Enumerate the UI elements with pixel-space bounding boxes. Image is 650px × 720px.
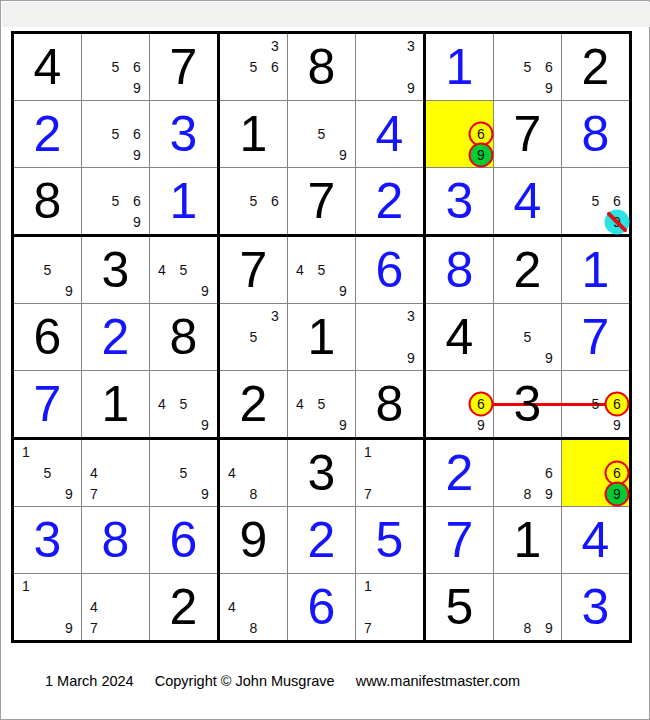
given-digit: 4 bbox=[426, 304, 493, 370]
cell-r2c6[interactable]: 4 bbox=[356, 101, 423, 167]
cell-r9c3[interactable]: 2 bbox=[150, 574, 217, 640]
cell-r5c1[interactable]: 6 bbox=[14, 304, 81, 370]
given-digit: 2 bbox=[562, 34, 629, 100]
given-digit: 2 bbox=[494, 237, 561, 303]
solved-digit: 4 bbox=[494, 168, 561, 234]
solved-digit: 1 bbox=[562, 237, 629, 303]
pencil-mark-9: 9 bbox=[65, 621, 73, 635]
given-digit: 7 bbox=[494, 101, 561, 167]
cell-r9c9[interactable]: 3 bbox=[562, 574, 629, 640]
solved-digit: 5 bbox=[356, 507, 423, 573]
pencil-mark-5: 5 bbox=[524, 330, 532, 344]
solved-digit: 1 bbox=[426, 34, 493, 100]
sudoku-board: 4569735683915692256931594697885691567234… bbox=[11, 31, 632, 643]
cell-r9c2[interactable]: 47 bbox=[82, 574, 149, 640]
pencil-mark-8: 8 bbox=[524, 487, 532, 501]
pencil-mark-5: 5 bbox=[250, 60, 258, 74]
given-digit: 1 bbox=[494, 507, 561, 573]
cell-r5c8[interactable]: 59 bbox=[494, 304, 561, 370]
cell-r6c5[interactable]: 459 bbox=[288, 371, 355, 437]
pencil-mark-9: 9 bbox=[339, 284, 347, 298]
cell-r1c6[interactable]: 39 bbox=[356, 34, 423, 100]
pencil-mark-6: 6 bbox=[613, 466, 621, 480]
pencil-mark-3: 3 bbox=[271, 309, 279, 323]
pencil-mark-8: 8 bbox=[250, 487, 258, 501]
cell-r9c4[interactable]: 48 bbox=[220, 574, 287, 640]
cell-r2c3[interactable]: 3 bbox=[150, 101, 217, 167]
given-digit: 5 bbox=[426, 574, 493, 640]
pencil-mark-9: 9 bbox=[133, 81, 141, 95]
pencil-mark-5: 5 bbox=[592, 397, 600, 411]
footer-date: 1 March 2024 bbox=[45, 673, 134, 689]
cell-r3c2[interactable]: 569 bbox=[82, 168, 149, 234]
solved-digit: 6 bbox=[150, 507, 217, 573]
pencil-mark-5: 5 bbox=[250, 330, 258, 344]
pencil-mark-3: 3 bbox=[407, 309, 415, 323]
given-digit: 3 bbox=[494, 371, 561, 437]
cell-r3c9[interactable]: 569 bbox=[562, 168, 629, 234]
cell-r6c6[interactable]: 8 bbox=[356, 371, 423, 437]
pencil-mark-9: 9 bbox=[339, 418, 347, 432]
given-digit: 3 bbox=[288, 440, 355, 506]
pencil-mark-9: 9 bbox=[65, 284, 73, 298]
cell-r1c4[interactable]: 356 bbox=[220, 34, 287, 100]
cell-r4c3[interactable]: 459 bbox=[150, 237, 217, 303]
cell-r3c1[interactable]: 8 bbox=[14, 168, 81, 234]
cell-r5c4[interactable]: 35 bbox=[220, 304, 287, 370]
given-digit: 2 bbox=[150, 574, 217, 640]
solved-digit: 2 bbox=[82, 304, 149, 370]
solved-digit: 8 bbox=[562, 101, 629, 167]
pencil-mark-9: 9 bbox=[477, 148, 485, 162]
cell-r9c6[interactable]: 17 bbox=[356, 574, 423, 640]
cell-r6c4[interactable]: 2 bbox=[220, 371, 287, 437]
pencil-mark-5: 5 bbox=[112, 127, 120, 141]
cell-r8c2[interactable]: 8 bbox=[82, 507, 149, 573]
solved-digit: 6 bbox=[356, 237, 423, 303]
given-digit: 8 bbox=[288, 34, 355, 100]
cell-r7c9[interactable]: 69 bbox=[562, 440, 629, 506]
pencil-mark-9: 9 bbox=[407, 81, 415, 95]
pencil-mark-9: 9 bbox=[65, 487, 73, 501]
cell-r1c2[interactable]: 569 bbox=[82, 34, 149, 100]
cell-r2c8[interactable]: 7 bbox=[494, 101, 561, 167]
pencil-mark-1: 1 bbox=[22, 445, 30, 459]
solved-digit: 2 bbox=[426, 440, 493, 506]
solved-digit: 4 bbox=[562, 507, 629, 573]
solved-digit: 7 bbox=[426, 507, 493, 573]
cell-r7c5[interactable]: 3 bbox=[288, 440, 355, 506]
cell-r2c1[interactable]: 2 bbox=[14, 101, 81, 167]
solved-digit: 2 bbox=[356, 168, 423, 234]
cell-r3c6[interactable]: 2 bbox=[356, 168, 423, 234]
cell-r3c8[interactable]: 4 bbox=[494, 168, 561, 234]
pencil-mark-5: 5 bbox=[250, 194, 258, 208]
pencil-mark-4: 4 bbox=[158, 263, 166, 277]
pencil-mark-9: 9 bbox=[613, 418, 621, 432]
pencil-mark-9: 9 bbox=[133, 215, 141, 229]
cell-r6c2[interactable]: 1 bbox=[82, 371, 149, 437]
solved-digit: 3 bbox=[14, 507, 81, 573]
cell-r7c8[interactable]: 689 bbox=[494, 440, 561, 506]
pencil-mark-6: 6 bbox=[613, 397, 621, 411]
cell-r8c7[interactable]: 7 bbox=[426, 507, 493, 573]
solved-digit: 2 bbox=[288, 507, 355, 573]
pencil-mark-4: 4 bbox=[228, 466, 236, 480]
cell-r8c4[interactable]: 9 bbox=[220, 507, 287, 573]
pencil-mark-7: 7 bbox=[90, 487, 98, 501]
pencil-mark-7: 7 bbox=[364, 621, 372, 635]
given-digit: 7 bbox=[288, 168, 355, 234]
cell-r1c8[interactable]: 569 bbox=[494, 34, 561, 100]
cell-r1c9[interactable]: 2 bbox=[562, 34, 629, 100]
pencil-mark-3: 3 bbox=[407, 39, 415, 53]
pencil-mark-4: 4 bbox=[158, 397, 166, 411]
cell-r5c3[interactable]: 8 bbox=[150, 304, 217, 370]
cell-r9c5[interactable]: 6 bbox=[288, 574, 355, 640]
cell-r9c8[interactable]: 89 bbox=[494, 574, 561, 640]
pencil-mark-6: 6 bbox=[613, 194, 621, 208]
cell-r3c5[interactable]: 7 bbox=[288, 168, 355, 234]
pencil-mark-1: 1 bbox=[22, 579, 30, 593]
solved-digit: 7 bbox=[562, 304, 629, 370]
cell-r8c9[interactable]: 4 bbox=[562, 507, 629, 573]
pencil-mark-5: 5 bbox=[180, 397, 188, 411]
cell-r9c7[interactable]: 5 bbox=[426, 574, 493, 640]
window-titlebar-area bbox=[2, 2, 650, 27]
cell-r4c4[interactable]: 7 bbox=[220, 237, 287, 303]
given-digit: 8 bbox=[356, 371, 423, 437]
solved-digit: 3 bbox=[562, 574, 629, 640]
cell-r7c1[interactable]: 159 bbox=[14, 440, 81, 506]
cell-r2c7[interactable]: 69 bbox=[426, 101, 493, 167]
pencil-mark-5: 5 bbox=[524, 60, 532, 74]
cell-r7c7[interactable]: 2 bbox=[426, 440, 493, 506]
pencil-mark-9: 9 bbox=[613, 487, 621, 501]
cell-r5c6[interactable]: 39 bbox=[356, 304, 423, 370]
cell-r5c7[interactable]: 4 bbox=[426, 304, 493, 370]
solved-digit: 6 bbox=[288, 574, 355, 640]
pencil-mark-5: 5 bbox=[180, 466, 188, 480]
given-digit: 7 bbox=[150, 34, 217, 100]
pencil-mark-4: 4 bbox=[296, 397, 304, 411]
pencil-mark-9: 9 bbox=[407, 351, 415, 365]
cell-r4c8[interactable]: 2 bbox=[494, 237, 561, 303]
pencil-mark-9: 9 bbox=[339, 148, 347, 162]
solved-digit: 8 bbox=[82, 507, 149, 573]
pencil-mark-6: 6 bbox=[545, 60, 553, 74]
pencil-mark-6: 6 bbox=[545, 466, 553, 480]
pencil-mark-5: 5 bbox=[592, 194, 600, 208]
given-digit: 3 bbox=[82, 237, 149, 303]
cell-r6c3[interactable]: 459 bbox=[150, 371, 217, 437]
cell-r7c2[interactable]: 47 bbox=[82, 440, 149, 506]
pencil-mark-9: 9 bbox=[545, 81, 553, 95]
cell-r2c4[interactable]: 1 bbox=[220, 101, 287, 167]
pencil-mark-4: 4 bbox=[296, 263, 304, 277]
pencil-mark-9: 9 bbox=[133, 148, 141, 162]
cell-r2c2[interactable]: 569 bbox=[82, 101, 149, 167]
cell-r6c7[interactable]: 69 bbox=[426, 371, 493, 437]
footer-copyright: Copyright © John Musgrave bbox=[155, 673, 335, 689]
cell-r4c5[interactable]: 459 bbox=[288, 237, 355, 303]
pencil-mark-6: 6 bbox=[271, 60, 279, 74]
pencil-mark-5: 5 bbox=[318, 127, 326, 141]
given-digit: 8 bbox=[14, 168, 81, 234]
pencil-mark-6: 6 bbox=[271, 194, 279, 208]
cell-r3c4[interactable]: 56 bbox=[220, 168, 287, 234]
pencil-mark-1: 1 bbox=[364, 445, 372, 459]
cell-r1c7[interactable]: 1 bbox=[426, 34, 493, 100]
given-digit: 1 bbox=[288, 304, 355, 370]
cell-r7c3[interactable]: 59 bbox=[150, 440, 217, 506]
cell-r5c2[interactable]: 2 bbox=[82, 304, 149, 370]
cell-r5c9[interactable]: 7 bbox=[562, 304, 629, 370]
cell-r5c5[interactable]: 1 bbox=[288, 304, 355, 370]
given-digit: 6 bbox=[14, 304, 81, 370]
cell-r4c2[interactable]: 3 bbox=[82, 237, 149, 303]
cell-r6c1[interactable]: 7 bbox=[14, 371, 81, 437]
pencil-mark-5: 5 bbox=[112, 194, 120, 208]
pencil-mark-9: 9 bbox=[201, 418, 209, 432]
pencil-mark-5: 5 bbox=[44, 263, 52, 277]
pencil-mark-9: 9 bbox=[545, 351, 553, 365]
pencil-mark-9: 9 bbox=[545, 487, 553, 501]
footer-website-link[interactable]: www.manifestmaster.com bbox=[356, 673, 520, 689]
cell-r6c8[interactable]: 3 bbox=[494, 371, 561, 437]
cell-r4c9[interactable]: 1 bbox=[562, 237, 629, 303]
pencil-mark-9: 9 bbox=[201, 284, 209, 298]
pencil-mark-6: 6 bbox=[133, 60, 141, 74]
cell-r8c8[interactable]: 1 bbox=[494, 507, 561, 573]
given-digit: 2 bbox=[220, 371, 287, 437]
cell-r2c5[interactable]: 59 bbox=[288, 101, 355, 167]
given-digit: 1 bbox=[82, 371, 149, 437]
footer: 1 March 2024 Copyright © John Musgrave w… bbox=[45, 673, 537, 689]
cell-r4c6[interactable]: 6 bbox=[356, 237, 423, 303]
solved-digit: 3 bbox=[426, 168, 493, 234]
pencil-mark-8: 8 bbox=[250, 621, 258, 635]
cell-r8c1[interactable]: 3 bbox=[14, 507, 81, 573]
cell-r2c9[interactable]: 8 bbox=[562, 101, 629, 167]
cell-r8c6[interactable]: 5 bbox=[356, 507, 423, 573]
pencil-mark-5: 5 bbox=[180, 263, 188, 277]
pencil-mark-5: 5 bbox=[318, 397, 326, 411]
pencil-mark-4: 4 bbox=[228, 600, 236, 614]
pencil-mark-6: 6 bbox=[477, 397, 485, 411]
pencil-mark-9: 9 bbox=[201, 487, 209, 501]
pencil-mark-7: 7 bbox=[364, 487, 372, 501]
pencil-mark-5: 5 bbox=[44, 466, 52, 480]
cell-r3c7[interactable]: 3 bbox=[426, 168, 493, 234]
pencil-mark-4: 4 bbox=[90, 466, 98, 480]
given-digit: 7 bbox=[220, 237, 287, 303]
solved-digit: 1 bbox=[150, 168, 217, 234]
pencil-mark-8: 8 bbox=[524, 621, 532, 635]
app-window: 4569735683915692256931594697885691567234… bbox=[0, 0, 650, 720]
cell-r1c3[interactable]: 7 bbox=[150, 34, 217, 100]
pencil-mark-6: 6 bbox=[133, 127, 141, 141]
cell-r9c1[interactable]: 19 bbox=[14, 574, 81, 640]
solved-digit: 8 bbox=[426, 237, 493, 303]
given-digit: 1 bbox=[220, 101, 287, 167]
pencil-mark-7: 7 bbox=[90, 621, 98, 635]
pencil-mark-9: 9 bbox=[545, 621, 553, 635]
pencil-mark-4: 4 bbox=[90, 600, 98, 614]
given-digit: 4 bbox=[14, 34, 81, 100]
cell-r3c3[interactable]: 1 bbox=[150, 168, 217, 234]
cell-r8c3[interactable]: 6 bbox=[150, 507, 217, 573]
solved-digit: 4 bbox=[356, 101, 423, 167]
pencil-mark-5: 5 bbox=[318, 263, 326, 277]
pencil-mark-9: 9 bbox=[477, 418, 485, 432]
cell-r4c7[interactable]: 8 bbox=[426, 237, 493, 303]
cell-r1c1[interactable]: 4 bbox=[14, 34, 81, 100]
cell-r4c1[interactable]: 59 bbox=[14, 237, 81, 303]
given-digit: 9 bbox=[220, 507, 287, 573]
cell-r7c6[interactable]: 17 bbox=[356, 440, 423, 506]
cell-r8c5[interactable]: 2 bbox=[288, 507, 355, 573]
solved-digit: 7 bbox=[14, 371, 81, 437]
cell-r1c5[interactable]: 8 bbox=[288, 34, 355, 100]
solved-digit: 3 bbox=[150, 101, 217, 167]
pencil-mark-3: 3 bbox=[271, 39, 279, 53]
solved-digit: 2 bbox=[14, 101, 81, 167]
pencil-mark-6: 6 bbox=[477, 127, 485, 141]
pencil-mark-6: 6 bbox=[133, 194, 141, 208]
pencil-mark-1: 1 bbox=[364, 579, 372, 593]
cell-r7c4[interactable]: 48 bbox=[220, 440, 287, 506]
pencil-mark-5: 5 bbox=[112, 60, 120, 74]
given-digit: 8 bbox=[150, 304, 217, 370]
